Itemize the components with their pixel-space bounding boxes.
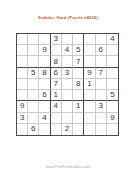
cell-r6c6 bbox=[73, 90, 84, 101]
cell-r9c8 bbox=[96, 124, 107, 135]
cell-r3c2 bbox=[28, 56, 39, 67]
cell-r2c2 bbox=[28, 45, 39, 56]
cell-r8c9: 9 bbox=[107, 113, 118, 124]
cell-r2c3: 9 bbox=[39, 45, 50, 56]
cell-r5c7: 1 bbox=[84, 79, 95, 90]
cell-r5c9 bbox=[107, 79, 118, 90]
cell-r5c5 bbox=[62, 79, 73, 90]
cell-r4c7: 9 bbox=[84, 68, 95, 79]
cell-r2c1 bbox=[17, 45, 28, 56]
cell-r5c1 bbox=[17, 79, 28, 90]
cell-r7c7 bbox=[84, 101, 95, 112]
cell-r4c5: 3 bbox=[62, 68, 73, 79]
cell-r5c4: 7 bbox=[51, 79, 62, 90]
cell-r3c9 bbox=[107, 56, 118, 67]
cell-r8c6 bbox=[73, 113, 84, 124]
cell-r3c4: 8 bbox=[51, 56, 62, 67]
cell-r9c6 bbox=[73, 124, 84, 135]
cell-r3c6: 7 bbox=[73, 56, 84, 67]
cell-r4c4: 6 bbox=[51, 68, 62, 79]
cell-r1c6 bbox=[73, 34, 84, 45]
footer-url: www.PrintFreeSudoku.com bbox=[0, 165, 136, 169]
cell-r5c3 bbox=[39, 79, 50, 90]
sudoku-board: 34945687586397781615941334962 bbox=[16, 33, 119, 136]
cell-r5c2 bbox=[28, 79, 39, 90]
cell-r6c4: 1 bbox=[51, 90, 62, 101]
cell-r9c2: 6 bbox=[28, 124, 39, 135]
cell-r1c3 bbox=[39, 34, 50, 45]
cell-r6c2 bbox=[28, 90, 39, 101]
cell-r1c7 bbox=[84, 34, 95, 45]
cell-r7c1: 9 bbox=[17, 101, 28, 112]
cell-r7c2 bbox=[28, 101, 39, 112]
cell-r8c4 bbox=[51, 113, 62, 124]
cell-r9c3 bbox=[39, 124, 50, 135]
cell-r8c1: 3 bbox=[17, 113, 28, 124]
cell-r6c3: 6 bbox=[39, 90, 50, 101]
cell-r4c6 bbox=[73, 68, 84, 79]
cell-r9c5: 2 bbox=[62, 124, 73, 135]
cell-r6c7 bbox=[84, 90, 95, 101]
cell-r2c6: 5 bbox=[73, 45, 84, 56]
cell-r4c8: 7 bbox=[96, 68, 107, 79]
cell-r8c3: 4 bbox=[39, 113, 50, 124]
cell-r6c1 bbox=[17, 90, 28, 101]
cell-r8c2 bbox=[28, 113, 39, 124]
cell-r8c7 bbox=[84, 113, 95, 124]
cell-r7c6: 1 bbox=[73, 101, 84, 112]
cell-r4c2: 5 bbox=[28, 68, 39, 79]
cell-r9c4 bbox=[51, 124, 62, 135]
cell-r9c1 bbox=[17, 124, 28, 135]
cell-r1c9: 4 bbox=[107, 34, 118, 45]
cell-r6c9: 5 bbox=[107, 90, 118, 101]
cell-r1c4: 3 bbox=[51, 34, 62, 45]
cell-r3c5 bbox=[62, 56, 73, 67]
cell-r7c8: 3 bbox=[96, 101, 107, 112]
cell-r7c3 bbox=[39, 101, 50, 112]
cell-r1c5 bbox=[62, 34, 73, 45]
cell-r4c9 bbox=[107, 68, 118, 79]
cell-r2c4 bbox=[51, 45, 62, 56]
puzzle-title: Sudoku, Hard (Puzzle #4236) bbox=[0, 15, 136, 20]
cell-r7c4: 4 bbox=[51, 101, 62, 112]
cell-r1c1 bbox=[17, 34, 28, 45]
cell-r2c8: 6 bbox=[96, 45, 107, 56]
cell-r2c9 bbox=[107, 45, 118, 56]
cell-r8c8 bbox=[96, 113, 107, 124]
cell-r5c8 bbox=[96, 79, 107, 90]
cell-r8c5 bbox=[62, 113, 73, 124]
cell-r2c7 bbox=[84, 45, 95, 56]
cell-r1c2 bbox=[28, 34, 39, 45]
cell-r6c5 bbox=[62, 90, 73, 101]
cell-r1c8 bbox=[96, 34, 107, 45]
sudoku-page: Sudoku, Hard (Puzzle #4236) 349456875863… bbox=[0, 0, 136, 176]
cell-r2c5: 4 bbox=[62, 45, 73, 56]
cell-r3c7 bbox=[84, 56, 95, 67]
cell-r5c6: 8 bbox=[73, 79, 84, 90]
cell-r3c3 bbox=[39, 56, 50, 67]
cell-r3c8 bbox=[96, 56, 107, 67]
cell-r7c5 bbox=[62, 101, 73, 112]
cell-r9c7 bbox=[84, 124, 95, 135]
cell-r4c1 bbox=[17, 68, 28, 79]
cell-r7c9 bbox=[107, 101, 118, 112]
cell-r3c1 bbox=[17, 56, 28, 67]
cell-r9c9 bbox=[107, 124, 118, 135]
cell-r4c3: 8 bbox=[39, 68, 50, 79]
cell-r6c8 bbox=[96, 90, 107, 101]
